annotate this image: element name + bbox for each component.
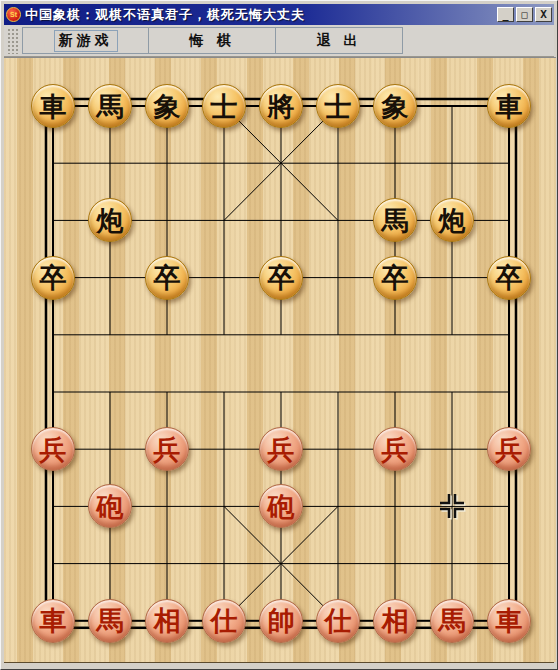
xiangqi-board[interactable]: 車馬象士將士象車炮馬炮卒卒卒卒卒兵兵兵兵兵砲砲車馬相仕帥仕相馬車	[4, 57, 556, 662]
board-grid	[4, 58, 556, 663]
piece-black-將[interactable]: 將	[259, 84, 303, 128]
piece-black-象[interactable]: 象	[145, 84, 189, 128]
piece-black-卒[interactable]: 卒	[31, 256, 75, 300]
piece-red-仕[interactable]: 仕	[316, 599, 360, 643]
piece-black-卒[interactable]: 卒	[145, 256, 189, 300]
new-game-button[interactable]: 新游戏	[22, 27, 149, 54]
piece-black-士[interactable]: 士	[316, 84, 360, 128]
piece-black-卒[interactable]: 卒	[487, 256, 531, 300]
new-game-label: 新游戏	[54, 30, 118, 52]
piece-black-象[interactable]: 象	[373, 84, 417, 128]
toolbar-gripper[interactable]	[7, 28, 19, 54]
piece-red-車[interactable]: 車	[487, 599, 531, 643]
title-bar: St 中国象棋：观棋不语真君子，棋死无悔大丈夫 _ □ X	[4, 4, 554, 25]
app-window: St 中国象棋：观棋不语真君子，棋死无悔大丈夫 _ □ X 新游戏 悔 棋 退 …	[0, 0, 558, 670]
piece-black-卒[interactable]: 卒	[373, 256, 417, 300]
piece-black-士[interactable]: 士	[202, 84, 246, 128]
piece-red-相[interactable]: 相	[373, 599, 417, 643]
piece-red-兵[interactable]: 兵	[259, 427, 303, 471]
piece-red-相[interactable]: 相	[145, 599, 189, 643]
minimize-button[interactable]: _	[497, 7, 514, 22]
maximize-button[interactable]: □	[516, 7, 533, 22]
piece-red-兵[interactable]: 兵	[31, 427, 75, 471]
piece-red-帥[interactable]: 帥	[259, 599, 303, 643]
exit-button[interactable]: 退 出	[276, 27, 403, 54]
app-icon: St	[6, 7, 21, 22]
piece-red-馬[interactable]: 馬	[430, 599, 474, 643]
piece-black-車[interactable]: 車	[31, 84, 75, 128]
undo-move-button[interactable]: 悔 棋	[149, 27, 276, 54]
piece-black-卒[interactable]: 卒	[259, 256, 303, 300]
piece-red-馬[interactable]: 馬	[88, 599, 132, 643]
close-button[interactable]: X	[535, 7, 552, 22]
piece-red-仕[interactable]: 仕	[202, 599, 246, 643]
window-title: 中国象棋：观棋不语真君子，棋死无悔大丈夫	[25, 6, 493, 24]
piece-red-兵[interactable]: 兵	[145, 427, 189, 471]
toolbar: 新游戏 悔 棋 退 出	[4, 25, 554, 57]
piece-red-兵[interactable]: 兵	[487, 427, 531, 471]
piece-black-馬[interactable]: 馬	[88, 84, 132, 128]
window-controls: _ □ X	[497, 7, 552, 22]
piece-black-車[interactable]: 車	[487, 84, 531, 128]
piece-red-車[interactable]: 車	[31, 599, 75, 643]
piece-red-兵[interactable]: 兵	[373, 427, 417, 471]
